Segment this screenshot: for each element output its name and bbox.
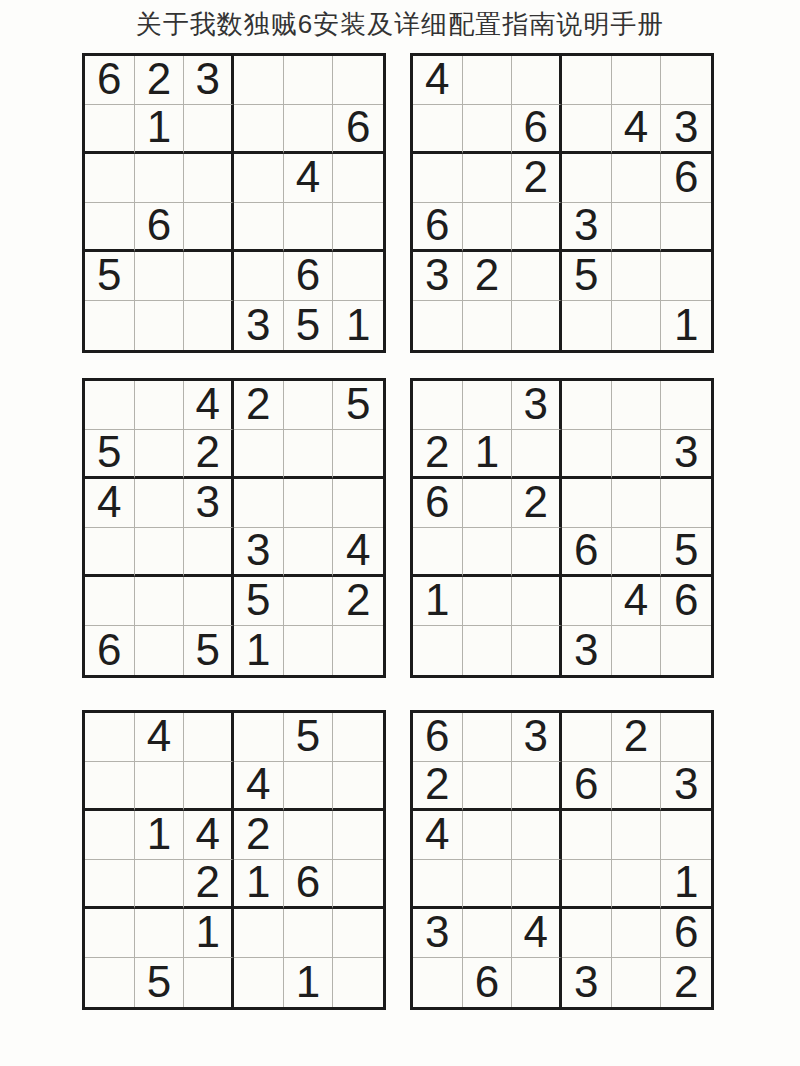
puzzle-4-cell-r2c2: 1 xyxy=(463,430,513,479)
puzzle-4-cell-r2c5[interactable] xyxy=(612,430,662,479)
sudoku-board-6: 63226341346632 xyxy=(410,710,714,1010)
puzzle-2-cell-r3c3: 2 xyxy=(512,154,562,203)
puzzle-3-cell-r4c1[interactable] xyxy=(85,528,135,577)
puzzle-2-cell-r5c4: 5 xyxy=(562,252,612,301)
puzzle-2-cell-r3c4[interactable] xyxy=(562,154,612,203)
puzzle-6-cell-r6c2: 6 xyxy=(463,958,513,1007)
puzzle-5-cell-r1c2: 4 xyxy=(135,713,185,762)
puzzle-6-cell-r4c1[interactable] xyxy=(413,860,463,909)
sudoku-board-2: 464326633251 xyxy=(410,53,714,353)
puzzle-4-cell-r4c1[interactable] xyxy=(413,528,463,577)
puzzle-1-cell-r2c4[interactable] xyxy=(234,105,284,154)
puzzle-4-cell-r5c5: 4 xyxy=(612,577,662,626)
puzzle-3-cell-r1c5[interactable] xyxy=(284,381,334,430)
puzzle-3-cell-r3c4[interactable] xyxy=(234,479,284,528)
puzzle-2-cell-r3c6: 6 xyxy=(661,154,711,203)
puzzle-5-cell-r6c1[interactable] xyxy=(85,958,135,1007)
puzzle-5-cell-r6c3[interactable] xyxy=(184,958,234,1007)
puzzle-6-cell-r1c4[interactable] xyxy=(562,713,612,762)
puzzle-3-cell-r5c5[interactable] xyxy=(284,577,334,626)
puzzle-6-cell-r6c5[interactable] xyxy=(612,958,662,1007)
puzzle-3-cell-r2c5[interactable] xyxy=(284,430,334,479)
puzzle-4-cell-r6c6[interactable] xyxy=(661,626,711,675)
puzzle-3-cell-r6c2[interactable] xyxy=(135,626,185,675)
puzzle-6-cell-r4c5[interactable] xyxy=(612,860,662,909)
puzzle-4-cell-r5c3[interactable] xyxy=(512,577,562,626)
puzzle-5-cell-r2c2[interactable] xyxy=(135,762,185,811)
puzzle-5-cell-r3c1[interactable] xyxy=(85,811,135,860)
puzzle-3-cell-r5c2[interactable] xyxy=(135,577,185,626)
puzzle-6-cell-r6c4: 3 xyxy=(562,958,612,1007)
puzzle-2-cell-r1c4[interactable] xyxy=(562,56,612,105)
puzzle-4-cell-r1c4[interactable] xyxy=(562,381,612,430)
puzzle-6-cell-r4c3[interactable] xyxy=(512,860,562,909)
puzzle-5-cell-r3c3: 4 xyxy=(184,811,234,860)
puzzle-2-cell-r1c6[interactable] xyxy=(661,56,711,105)
puzzle-4-cell-r4c4: 6 xyxy=(562,528,612,577)
puzzle-6-cell-r2c1: 2 xyxy=(413,762,463,811)
puzzle-6-cell-r6c3[interactable] xyxy=(512,958,562,1007)
puzzle-3-cell-r2c1: 5 xyxy=(85,430,135,479)
puzzle-6-cell-r3c4[interactable] xyxy=(562,811,612,860)
puzzle-4-cell-r6c3[interactable] xyxy=(512,626,562,675)
puzzle-1-cell-r5c1: 5 xyxy=(85,252,135,301)
puzzle-3-cell-r2c2[interactable] xyxy=(135,430,185,479)
puzzle-5-cell-r6c5: 1 xyxy=(284,958,334,1007)
puzzle-6-cell-r2c3[interactable] xyxy=(512,762,562,811)
puzzle-6-cell-r4c2[interactable] xyxy=(463,860,513,909)
puzzle-2-cell-r2c1[interactable] xyxy=(413,105,463,154)
puzzle-1-cell-r6c6: 1 xyxy=(333,301,383,350)
puzzle-2-cell-r5c1: 3 xyxy=(413,252,463,301)
puzzle-4-cell-r5c6: 6 xyxy=(661,577,711,626)
sudoku-board-1: 623164656351 xyxy=(82,53,386,353)
puzzle-6-cell-r6c6: 2 xyxy=(661,958,711,1007)
puzzle-4-cell-r4c3[interactable] xyxy=(512,528,562,577)
puzzle-2-cell-r6c4[interactable] xyxy=(562,301,612,350)
puzzle-4-cell-r3c2[interactable] xyxy=(463,479,513,528)
puzzle-1-cell-r2c2: 1 xyxy=(135,105,185,154)
sudoku-board-3: 42552433452651 xyxy=(82,378,386,678)
puzzle-2-cell-r4c1: 6 xyxy=(413,203,463,252)
puzzle-4-cell-r3c3: 2 xyxy=(512,479,562,528)
puzzle-3-cell-r1c3: 4 xyxy=(184,381,234,430)
puzzle-5-cell-r4c1[interactable] xyxy=(85,860,135,909)
puzzle-4-cell-r4c2[interactable] xyxy=(463,528,513,577)
puzzle-3-cell-r5c3[interactable] xyxy=(184,577,234,626)
puzzle-2-cell-r3c1[interactable] xyxy=(413,154,463,203)
puzzle-1-cell-r2c5[interactable] xyxy=(284,105,334,154)
puzzle-5-cell-r2c4: 4 xyxy=(234,762,284,811)
puzzle-3-cell-r1c6: 5 xyxy=(333,381,383,430)
puzzle-5-cell-r3c5[interactable] xyxy=(284,811,334,860)
puzzle-4-cell-r3c5[interactable] xyxy=(612,479,662,528)
puzzle-5-cell-r1c3[interactable] xyxy=(184,713,234,762)
puzzle-3-cell-r5c4: 5 xyxy=(234,577,284,626)
puzzle-3-cell-r5c6: 2 xyxy=(333,577,383,626)
puzzle-5-cell-r5c4[interactable] xyxy=(234,909,284,958)
puzzle-3-cell-r6c3: 5 xyxy=(184,626,234,675)
puzzle-3-cell-r6c5[interactable] xyxy=(284,626,334,675)
puzzle-1-cell-r4c2: 6 xyxy=(135,203,185,252)
puzzle-4-cell-r1c1[interactable] xyxy=(413,381,463,430)
puzzle-5-cell-r5c1[interactable] xyxy=(85,909,135,958)
puzzle-2-cell-r4c6[interactable] xyxy=(661,203,711,252)
puzzle-6-cell-r5c1: 3 xyxy=(413,909,463,958)
puzzle-1-cell-r3c2[interactable] xyxy=(135,154,185,203)
puzzle-6-cell-r2c6: 3 xyxy=(661,762,711,811)
puzzle-2-cell-r5c5[interactable] xyxy=(612,252,662,301)
puzzle-4-cell-r5c1: 1 xyxy=(413,577,463,626)
puzzle-3-cell-r4c5[interactable] xyxy=(284,528,334,577)
puzzle-6-cell-r5c4[interactable] xyxy=(562,909,612,958)
puzzle-5-cell-r1c4[interactable] xyxy=(234,713,284,762)
puzzle-6-cell-r4c4[interactable] xyxy=(562,860,612,909)
puzzle-5-cell-r6c2: 5 xyxy=(135,958,185,1007)
puzzle-6-cell-r3c1: 4 xyxy=(413,811,463,860)
puzzle-1-cell-r1c6[interactable] xyxy=(333,56,383,105)
puzzle-5-cell-r4c4: 1 xyxy=(234,860,284,909)
puzzle-5-cell-r5c2[interactable] xyxy=(135,909,185,958)
puzzle-2-cell-r4c2[interactable] xyxy=(463,203,513,252)
puzzle-5-cell-r3c2: 1 xyxy=(135,811,185,860)
puzzle-1-cell-r2c3[interactable] xyxy=(184,105,234,154)
puzzle-2-cell-r1c3[interactable] xyxy=(512,56,562,105)
puzzle-4-cell-r3c4[interactable] xyxy=(562,479,612,528)
puzzle-6-cell-r2c2[interactable] xyxy=(463,762,513,811)
puzzle-1-cell-r3c4[interactable] xyxy=(234,154,284,203)
puzzle-6-cell-r1c6[interactable] xyxy=(661,713,711,762)
puzzle-6-cell-r2c5[interactable] xyxy=(612,762,662,811)
puzzle-6-cell-r3c6[interactable] xyxy=(661,811,711,860)
puzzle-2-cell-r2c2[interactable] xyxy=(463,105,513,154)
puzzle-4-cell-r6c1[interactable] xyxy=(413,626,463,675)
puzzle-6-cell-r3c2[interactable] xyxy=(463,811,513,860)
puzzle-2-cell-r2c6: 3 xyxy=(661,105,711,154)
puzzle-4-cell-r1c2[interactable] xyxy=(463,381,513,430)
puzzle-2-cell-r3c2[interactable] xyxy=(463,154,513,203)
puzzle-4-cell-r6c2[interactable] xyxy=(463,626,513,675)
puzzle-4-cell-r6c4: 3 xyxy=(562,626,612,675)
puzzle-1-cell-r5c3[interactable] xyxy=(184,252,234,301)
puzzle-1-cell-r5c4[interactable] xyxy=(234,252,284,301)
sudoku-worksheet-page: 关于我数独贼6安装及详细配置指南说明手册 623164656351 464326… xyxy=(0,0,800,1066)
puzzle-1-cell-r3c5: 4 xyxy=(284,154,334,203)
puzzle-3-cell-r4c6: 4 xyxy=(333,528,383,577)
puzzle-2-cell-r5c6[interactable] xyxy=(661,252,711,301)
puzzle-6-cell-r1c2[interactable] xyxy=(463,713,513,762)
puzzle-1-cell-r3c1[interactable] xyxy=(85,154,135,203)
puzzle-4-cell-r3c6[interactable] xyxy=(661,479,711,528)
puzzle-3-cell-r2c4[interactable] xyxy=(234,430,284,479)
puzzle-1-cell-r3c3[interactable] xyxy=(184,154,234,203)
puzzle-2-cell-r1c1: 4 xyxy=(413,56,463,105)
puzzle-1-cell-r6c1[interactable] xyxy=(85,301,135,350)
puzzle-5-cell-r2c5[interactable] xyxy=(284,762,334,811)
puzzle-4-cell-r4c6: 5 xyxy=(661,528,711,577)
puzzle-1-cell-r6c4: 3 xyxy=(234,301,284,350)
puzzle-1-cell-r3c6[interactable] xyxy=(333,154,383,203)
puzzle-6-cell-r1c5: 2 xyxy=(612,713,662,762)
puzzle-2-cell-r2c3: 6 xyxy=(512,105,562,154)
puzzle-5-cell-r5c3: 1 xyxy=(184,909,234,958)
puzzle-2-cell-r5c2: 2 xyxy=(463,252,513,301)
puzzle-3-cell-r4c4: 3 xyxy=(234,528,284,577)
puzzle-3-cell-r3c2[interactable] xyxy=(135,479,185,528)
puzzle-4-cell-r5c2[interactable] xyxy=(463,577,513,626)
puzzle-4-cell-r2c3[interactable] xyxy=(512,430,562,479)
puzzle-3-cell-r3c1: 4 xyxy=(85,479,135,528)
puzzle-1-cell-r4c1[interactable] xyxy=(85,203,135,252)
puzzle-5-cell-r2c3[interactable] xyxy=(184,762,234,811)
puzzle-6-cell-r3c3[interactable] xyxy=(512,811,562,860)
puzzle-5-cell-r5c6[interactable] xyxy=(333,909,383,958)
puzzle-3-cell-r4c2[interactable] xyxy=(135,528,185,577)
puzzle-1-cell-r5c6[interactable] xyxy=(333,252,383,301)
puzzle-6-cell-r4c6: 1 xyxy=(661,860,711,909)
puzzle-4-cell-r1c6[interactable] xyxy=(661,381,711,430)
puzzle-1-cell-r1c5[interactable] xyxy=(284,56,334,105)
puzzle-4-cell-r6c5[interactable] xyxy=(612,626,662,675)
puzzle-5-cell-r4c5: 6 xyxy=(284,860,334,909)
puzzle-2-cell-r6c1[interactable] xyxy=(413,301,463,350)
puzzle-3-cell-r6c1: 6 xyxy=(85,626,135,675)
puzzle-4-cell-r2c4[interactable] xyxy=(562,430,612,479)
puzzle-2-cell-r1c2[interactable] xyxy=(463,56,513,105)
puzzle-6-cell-r5c3: 4 xyxy=(512,909,562,958)
puzzle-1-cell-r4c3[interactable] xyxy=(184,203,234,252)
puzzle-1-cell-r1c2: 2 xyxy=(135,56,185,105)
puzzle-1-cell-r5c2[interactable] xyxy=(135,252,185,301)
puzzle-2-cell-r1c5[interactable] xyxy=(612,56,662,105)
puzzle-5-cell-r4c3: 2 xyxy=(184,860,234,909)
puzzle-5-cell-r6c4[interactable] xyxy=(234,958,284,1007)
puzzle-2-cell-r2c4[interactable] xyxy=(562,105,612,154)
sudoku-board-5: 454142216151 xyxy=(82,710,386,1010)
puzzle-1-cell-r2c6: 6 xyxy=(333,105,383,154)
puzzle-3-cell-r1c2[interactable] xyxy=(135,381,185,430)
puzzle-6-cell-r1c3: 3 xyxy=(512,713,562,762)
puzzle-4-cell-r2c1: 2 xyxy=(413,430,463,479)
puzzle-6-cell-r2c4: 6 xyxy=(562,762,612,811)
puzzle-5-cell-r4c6[interactable] xyxy=(333,860,383,909)
puzzle-5-cell-r1c5: 5 xyxy=(284,713,334,762)
puzzle-6-cell-r5c2[interactable] xyxy=(463,909,513,958)
page-title: 关于我数独贼6安装及详细配置指南说明手册 xyxy=(0,7,800,42)
puzzle-2-cell-r4c5[interactable] xyxy=(612,203,662,252)
puzzle-2-cell-r6c5[interactable] xyxy=(612,301,662,350)
puzzle-4-cell-r3c1: 6 xyxy=(413,479,463,528)
puzzle-4-cell-r5c4[interactable] xyxy=(562,577,612,626)
puzzle-5-cell-r2c6[interactable] xyxy=(333,762,383,811)
puzzle-5-cell-r2c1[interactable] xyxy=(85,762,135,811)
puzzle-1-cell-r6c5: 5 xyxy=(284,301,334,350)
puzzle-3-cell-r6c6[interactable] xyxy=(333,626,383,675)
puzzle-1-cell-r1c4[interactable] xyxy=(234,56,284,105)
puzzle-1-cell-r6c2[interactable] xyxy=(135,301,185,350)
puzzle-2-cell-r4c4: 3 xyxy=(562,203,612,252)
puzzle-1-cell-r4c5[interactable] xyxy=(284,203,334,252)
puzzle-5-cell-r3c4: 2 xyxy=(234,811,284,860)
puzzle-3-cell-r5c1[interactable] xyxy=(85,577,135,626)
puzzle-4-cell-r2c6: 3 xyxy=(661,430,711,479)
puzzle-2-cell-r3c5[interactable] xyxy=(612,154,662,203)
puzzle-3-cell-r2c3: 2 xyxy=(184,430,234,479)
puzzle-6-cell-r6c1[interactable] xyxy=(413,958,463,1007)
puzzle-5-cell-r1c1[interactable] xyxy=(85,713,135,762)
puzzle-1-cell-r1c3: 3 xyxy=(184,56,234,105)
sudoku-board-4: 321362651463 xyxy=(410,378,714,678)
puzzle-2-cell-r4c3[interactable] xyxy=(512,203,562,252)
puzzle-5-cell-r4c2[interactable] xyxy=(135,860,185,909)
puzzle-4-cell-r1c5[interactable] xyxy=(612,381,662,430)
puzzle-3-cell-r3c6[interactable] xyxy=(333,479,383,528)
puzzle-2-cell-r5c3[interactable] xyxy=(512,252,562,301)
puzzle-6-cell-r5c5[interactable] xyxy=(612,909,662,958)
puzzle-3-cell-r1c1[interactable] xyxy=(85,381,135,430)
puzzle-1-cell-r5c5: 6 xyxy=(284,252,334,301)
puzzle-1-cell-r4c4[interactable] xyxy=(234,203,284,252)
puzzle-2-cell-r6c2[interactable] xyxy=(463,301,513,350)
puzzle-2-cell-r2c5: 4 xyxy=(612,105,662,154)
puzzle-3-cell-r1c4: 2 xyxy=(234,381,284,430)
puzzle-1-cell-r6c3[interactable] xyxy=(184,301,234,350)
puzzle-5-cell-r3c6[interactable] xyxy=(333,811,383,860)
puzzle-3-cell-r2c6[interactable] xyxy=(333,430,383,479)
puzzle-3-cell-r3c3: 3 xyxy=(184,479,234,528)
puzzle-6-cell-r3c5[interactable] xyxy=(612,811,662,860)
puzzle-1-cell-r2c1[interactable] xyxy=(85,105,135,154)
puzzle-3-cell-r6c4: 1 xyxy=(234,626,284,675)
puzzle-1-cell-r1c1: 6 xyxy=(85,56,135,105)
puzzle-6-cell-r1c1: 6 xyxy=(413,713,463,762)
puzzle-3-cell-r4c3[interactable] xyxy=(184,528,234,577)
puzzle-4-cell-r4c5[interactable] xyxy=(612,528,662,577)
puzzle-5-cell-r1c6[interactable] xyxy=(333,713,383,762)
puzzle-3-cell-r3c5[interactable] xyxy=(284,479,334,528)
puzzle-4-cell-r1c3: 3 xyxy=(512,381,562,430)
puzzle-2-cell-r6c3[interactable] xyxy=(512,301,562,350)
puzzle-1-cell-r4c6[interactable] xyxy=(333,203,383,252)
puzzle-5-cell-r6c6[interactable] xyxy=(333,958,383,1007)
puzzle-2-cell-r6c6: 1 xyxy=(661,301,711,350)
puzzle-6-cell-r5c6: 6 xyxy=(661,909,711,958)
puzzle-5-cell-r5c5[interactable] xyxy=(284,909,334,958)
